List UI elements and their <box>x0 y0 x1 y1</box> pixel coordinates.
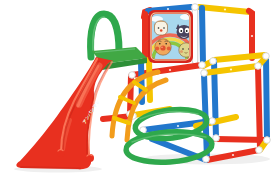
connector-dot <box>177 125 179 127</box>
tube-rightcube-back-right-post <box>266 56 267 139</box>
tube-platform-post-yellow <box>149 60 150 100</box>
ball-joint <box>209 118 216 125</box>
ball-joint <box>255 63 262 70</box>
anpanman-face <box>155 39 171 55</box>
ball-joint <box>201 70 208 77</box>
ball-joint <box>192 4 199 11</box>
ball-joint <box>256 147 263 154</box>
connector-dot <box>169 69 171 71</box>
ball-joint <box>210 58 217 65</box>
connector-dot <box>232 154 234 156</box>
connector-dot <box>230 68 232 70</box>
ball-joint <box>264 137 271 144</box>
slide-body <box>16 57 114 169</box>
connector-dot <box>251 35 253 37</box>
toy-illustration: アンパンマン <box>0 0 275 175</box>
connector-dot <box>240 103 242 105</box>
tube-front-right-post <box>202 8 203 64</box>
ball-joint <box>263 53 270 60</box>
tube-rightcube-front-right-post <box>258 67 260 149</box>
ball-joint <box>213 135 220 142</box>
ball-joint <box>129 72 136 79</box>
connector-dot <box>224 8 226 10</box>
product-photo: アンパンマン <box>0 0 275 175</box>
shokupanman-face <box>155 21 168 36</box>
slide: アンパンマン <box>16 57 114 169</box>
tube-rightcube-top-back <box>214 55 265 60</box>
character-panel <box>145 10 195 63</box>
connector-dot <box>167 8 169 10</box>
ball-joint <box>199 62 206 69</box>
